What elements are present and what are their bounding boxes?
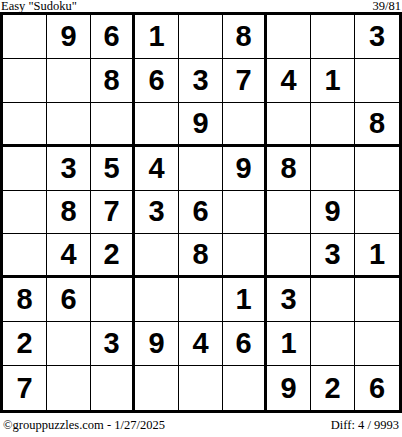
- sudoku-cell-r8c6: 6: [223, 322, 267, 366]
- sudoku-cell-r3c2[interactable]: [47, 103, 91, 147]
- sudoku-cell-r5c5: 6: [179, 191, 223, 235]
- sudoku-cell-r2c6: 7: [223, 59, 267, 103]
- sudoku-cell-r5c3: 7: [91, 191, 135, 235]
- sudoku-cell-r9c6[interactable]: [223, 366, 267, 410]
- sudoku-grid: 9618386374198354988736942831861323946179…: [0, 12, 402, 413]
- sudoku-cell-r6c5: 8: [179, 234, 223, 278]
- sudoku-cell-r7c4[interactable]: [135, 278, 179, 322]
- sudoku-cell-r3c6[interactable]: [223, 103, 267, 147]
- sudoku-cell-r5c1[interactable]: [3, 191, 47, 235]
- sudoku-cell-r9c9: 6: [355, 366, 399, 410]
- sudoku-cell-r6c9: 1: [355, 234, 399, 278]
- sudoku-cell-r2c5: 3: [179, 59, 223, 103]
- sudoku-cell-r4c2: 3: [47, 147, 91, 191]
- sudoku-cell-r4c6: 9: [223, 147, 267, 191]
- sudoku-cell-r9c2[interactable]: [47, 366, 91, 410]
- sudoku-cell-r1c9: 3: [355, 15, 399, 59]
- page-header: Easy "Sudoku" 39/81: [0, 0, 402, 12]
- sudoku-cell-r5c4: 3: [135, 191, 179, 235]
- sudoku-cell-r7c6: 1: [223, 278, 267, 322]
- sudoku-cell-r2c1[interactable]: [3, 59, 47, 103]
- sudoku-cell-r6c4[interactable]: [135, 234, 179, 278]
- sudoku-cell-r9c5[interactable]: [179, 366, 223, 410]
- sudoku-cell-r6c7[interactable]: [267, 234, 311, 278]
- sudoku-cell-r5c2: 8: [47, 191, 91, 235]
- sudoku-cell-r3c7[interactable]: [267, 103, 311, 147]
- sudoku-cell-r7c9[interactable]: [355, 278, 399, 322]
- sudoku-cell-r8c4: 9: [135, 322, 179, 366]
- sudoku-cell-r7c2: 6: [47, 278, 91, 322]
- sudoku-cell-r1c1[interactable]: [3, 15, 47, 59]
- sudoku-cell-r7c3[interactable]: [91, 278, 135, 322]
- sudoku-cell-r3c9: 8: [355, 103, 399, 147]
- sudoku-cell-r9c7: 9: [267, 366, 311, 410]
- sudoku-cell-r4c9[interactable]: [355, 147, 399, 191]
- sudoku-cell-r1c5[interactable]: [179, 15, 223, 59]
- sudoku-cell-r9c8: 2: [311, 366, 355, 410]
- sudoku-cell-r4c4: 4: [135, 147, 179, 191]
- sudoku-cell-r6c3: 2: [91, 234, 135, 278]
- page-footer: ©grouppuzzles.com - 1/27/2025 Diff: 4 / …: [0, 413, 402, 437]
- sudoku-cell-r5c7[interactable]: [267, 191, 311, 235]
- sudoku-cell-r9c4[interactable]: [135, 366, 179, 410]
- sudoku-cell-r8c7: 1: [267, 322, 311, 366]
- sudoku-cell-r7c5[interactable]: [179, 278, 223, 322]
- sudoku-cell-r3c8[interactable]: [311, 103, 355, 147]
- sudoku-cell-r7c7: 3: [267, 278, 311, 322]
- sudoku-cell-r4c8[interactable]: [311, 147, 355, 191]
- sudoku-cell-r2c4: 6: [135, 59, 179, 103]
- puzzle-title: Easy "Sudoku": [1, 0, 77, 12]
- sudoku-cell-r8c9[interactable]: [355, 322, 399, 366]
- sudoku-cell-r3c3[interactable]: [91, 103, 135, 147]
- sudoku-cell-r3c5: 9: [179, 103, 223, 147]
- sudoku-cell-r6c8: 3: [311, 234, 355, 278]
- sudoku-cell-r8c3: 3: [91, 322, 135, 366]
- sudoku-cell-r2c8: 1: [311, 59, 355, 103]
- sudoku-cell-r5c9[interactable]: [355, 191, 399, 235]
- sudoku-cell-r1c2: 9: [47, 15, 91, 59]
- sudoku-cell-r1c3: 6: [91, 15, 135, 59]
- sudoku-cell-r8c5: 4: [179, 322, 223, 366]
- sudoku-cell-r3c1[interactable]: [3, 103, 47, 147]
- sudoku-cell-r8c1: 2: [3, 322, 47, 366]
- sudoku-cell-r7c8[interactable]: [311, 278, 355, 322]
- sudoku-cell-r1c8[interactable]: [311, 15, 355, 59]
- given-counter: 39/81: [373, 0, 401, 12]
- sudoku-cell-r6c6[interactable]: [223, 234, 267, 278]
- sudoku-cell-r1c6: 8: [223, 15, 267, 59]
- sudoku-cell-r9c1: 7: [3, 366, 47, 410]
- sudoku-cell-r1c7[interactable]: [267, 15, 311, 59]
- sudoku-cell-r8c2[interactable]: [47, 322, 91, 366]
- sudoku-cell-r2c3: 8: [91, 59, 135, 103]
- sudoku-cell-r6c2: 4: [47, 234, 91, 278]
- difficulty-text: Diff: 4 / 9993: [331, 419, 399, 432]
- sudoku-cell-r6c1[interactable]: [3, 234, 47, 278]
- sudoku-cell-r2c2[interactable]: [47, 59, 91, 103]
- sudoku-cell-r5c8: 9: [311, 191, 355, 235]
- sudoku-cell-r3c4[interactable]: [135, 103, 179, 147]
- sudoku-cell-r4c3: 5: [91, 147, 135, 191]
- sudoku-cell-r2c7: 4: [267, 59, 311, 103]
- sudoku-cell-r5c6[interactable]: [223, 191, 267, 235]
- sudoku-cell-r7c1: 8: [3, 278, 47, 322]
- sudoku-cell-r4c7: 8: [267, 147, 311, 191]
- sudoku-page: Easy "Sudoku" 39/81 96183863741983549887…: [0, 0, 402, 437]
- sudoku-cell-r8c8[interactable]: [311, 322, 355, 366]
- sudoku-cell-r1c4: 1: [135, 15, 179, 59]
- sudoku-cell-r4c1[interactable]: [3, 147, 47, 191]
- sudoku-cell-r9c3[interactable]: [91, 366, 135, 410]
- sudoku-cell-r2c9[interactable]: [355, 59, 399, 103]
- copyright-text: ©grouppuzzles.com - 1/27/2025: [3, 419, 165, 432]
- sudoku-cell-r4c5[interactable]: [179, 147, 223, 191]
